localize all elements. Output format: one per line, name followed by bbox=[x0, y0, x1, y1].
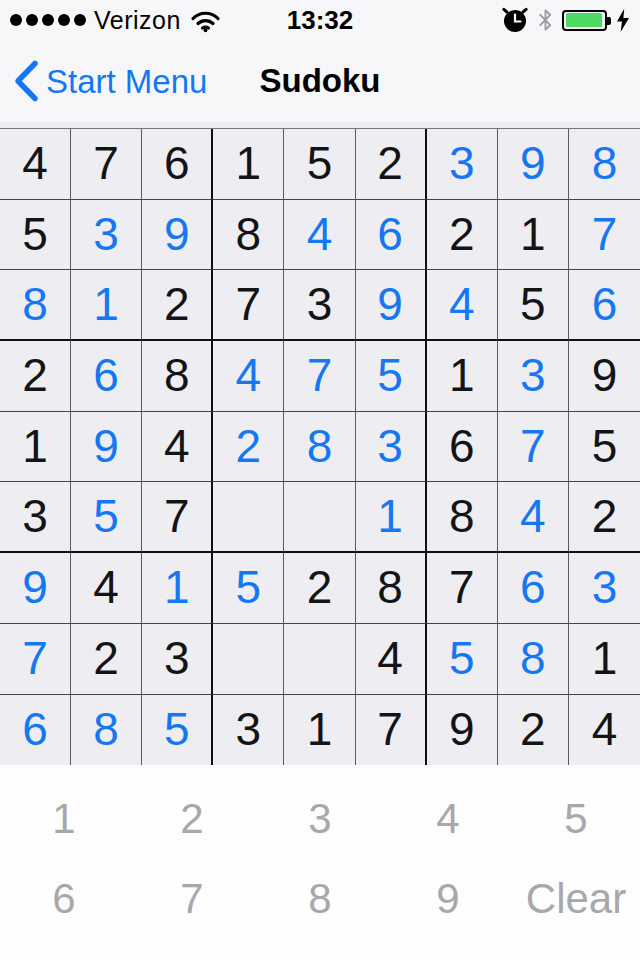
keypad-key-4[interactable]: 4 bbox=[436, 798, 459, 840]
sudoku-cell-r9c4[interactable]: 3 bbox=[213, 695, 284, 766]
signal-strength-icon bbox=[10, 14, 86, 26]
keypad-key-8[interactable]: 8 bbox=[308, 878, 331, 920]
sudoku-cell-r5c2[interactable]: 9 bbox=[71, 412, 142, 483]
keypad-key-6[interactable]: 6 bbox=[52, 878, 75, 920]
sudoku-cell-r7c3[interactable]: 1 bbox=[142, 553, 213, 624]
sudoku-cell-r6c9[interactable]: 2 bbox=[569, 482, 640, 553]
sudoku-cell-r2c9[interactable]: 7 bbox=[569, 200, 640, 271]
sudoku-cell-r7c4[interactable]: 5 bbox=[213, 553, 284, 624]
sudoku-cell-r9c1[interactable]: 6 bbox=[0, 695, 71, 766]
sudoku-cell-r5c1[interactable]: 1 bbox=[0, 412, 71, 483]
sudoku-cell-r3c3[interactable]: 2 bbox=[142, 270, 213, 341]
sudoku-cell-r1c7[interactable]: 3 bbox=[427, 129, 498, 200]
status-left-group: Verizon bbox=[10, 6, 221, 35]
sudoku-cell-r1c5[interactable]: 5 bbox=[284, 129, 355, 200]
sudoku-cell-r4c7[interactable]: 1 bbox=[427, 341, 498, 412]
sudoku-cell-r8c7[interactable]: 5 bbox=[427, 624, 498, 695]
sudoku-cell-r5c3[interactable]: 4 bbox=[142, 412, 213, 483]
sudoku-cell-r4c8[interactable]: 3 bbox=[498, 341, 569, 412]
sudoku-cell-r2c6[interactable]: 6 bbox=[356, 200, 427, 271]
sudoku-cell-r1c9[interactable]: 8 bbox=[569, 129, 640, 200]
sudoku-cell-r3c6[interactable]: 9 bbox=[356, 270, 427, 341]
back-chevron-icon bbox=[12, 59, 39, 103]
sudoku-cell-r8c4[interactable] bbox=[213, 624, 284, 695]
back-button[interactable]: Start Menu bbox=[0, 59, 207, 103]
sudoku-cell-r7c2[interactable]: 4 bbox=[71, 553, 142, 624]
status-right-group bbox=[501, 6, 630, 34]
sudoku-cell-r8c3[interactable]: 3 bbox=[142, 624, 213, 695]
sudoku-cell-r8c1[interactable]: 7 bbox=[0, 624, 71, 695]
sudoku-cell-r6c8[interactable]: 4 bbox=[498, 482, 569, 553]
sudoku-cell-r7c8[interactable]: 6 bbox=[498, 553, 569, 624]
back-button-label: Start Menu bbox=[46, 65, 207, 98]
sudoku-cell-r7c9[interactable]: 3 bbox=[569, 553, 640, 624]
keypad-key-clear[interactable]: Clear bbox=[526, 878, 626, 920]
sudoku-cell-r6c2[interactable]: 5 bbox=[71, 482, 142, 553]
number-keypad: 123456789Clear bbox=[0, 765, 640, 960]
sudoku-cell-r1c1[interactable]: 4 bbox=[0, 129, 71, 200]
sudoku-cell-r8c5[interactable] bbox=[284, 624, 355, 695]
sudoku-cell-r9c5[interactable]: 1 bbox=[284, 695, 355, 766]
sudoku-cell-r8c6[interactable]: 4 bbox=[356, 624, 427, 695]
sudoku-cell-r3c5[interactable]: 3 bbox=[284, 270, 355, 341]
sudoku-cell-r3c7[interactable]: 4 bbox=[427, 270, 498, 341]
sudoku-cell-r1c3[interactable]: 6 bbox=[142, 129, 213, 200]
sudoku-cell-r2c7[interactable]: 2 bbox=[427, 200, 498, 271]
sudoku-cell-r9c2[interactable]: 8 bbox=[71, 695, 142, 766]
sudoku-cell-r9c9[interactable]: 4 bbox=[569, 695, 640, 766]
sudoku-cell-r4c3[interactable]: 8 bbox=[142, 341, 213, 412]
sudoku-cell-r4c4[interactable]: 4 bbox=[213, 341, 284, 412]
keypad-key-7[interactable]: 7 bbox=[180, 878, 203, 920]
sudoku-cell-r1c8[interactable]: 9 bbox=[498, 129, 569, 200]
sudoku-cell-r9c3[interactable]: 5 bbox=[142, 695, 213, 766]
sudoku-cell-r3c9[interactable]: 6 bbox=[569, 270, 640, 341]
sudoku-cell-r4c9[interactable]: 9 bbox=[569, 341, 640, 412]
sudoku-cell-r7c7[interactable]: 7 bbox=[427, 553, 498, 624]
sudoku-cell-r3c4[interactable]: 7 bbox=[213, 270, 284, 341]
sudoku-cell-r5c8[interactable]: 7 bbox=[498, 412, 569, 483]
keypad-key-1[interactable]: 1 bbox=[52, 798, 75, 840]
sudoku-app-screen: Verizon 13:32 bbox=[0, 0, 640, 960]
keypad-key-9[interactable]: 9 bbox=[436, 878, 459, 920]
sudoku-cell-r5c9[interactable]: 5 bbox=[569, 412, 640, 483]
sudoku-cell-r4c2[interactable]: 6 bbox=[71, 341, 142, 412]
sudoku-cell-r5c6[interactable]: 3 bbox=[356, 412, 427, 483]
sudoku-cell-r4c6[interactable]: 5 bbox=[356, 341, 427, 412]
sudoku-cell-r2c5[interactable]: 4 bbox=[284, 200, 355, 271]
sudoku-cell-r8c8[interactable]: 8 bbox=[498, 624, 569, 695]
sudoku-cell-r5c7[interactable]: 6 bbox=[427, 412, 498, 483]
sudoku-cell-r6c3[interactable]: 7 bbox=[142, 482, 213, 553]
bluetooth-icon bbox=[538, 8, 553, 32]
sudoku-cell-r4c5[interactable]: 7 bbox=[284, 341, 355, 412]
sudoku-cell-r8c9[interactable]: 1 bbox=[569, 624, 640, 695]
battery-fill bbox=[566, 13, 602, 27]
sudoku-cell-r6c4[interactable] bbox=[213, 482, 284, 553]
sudoku-cell-r6c1[interactable]: 3 bbox=[0, 482, 71, 553]
sudoku-cell-r1c2[interactable]: 7 bbox=[71, 129, 142, 200]
charging-bolt-icon bbox=[616, 8, 630, 33]
carrier-label: Verizon bbox=[94, 6, 181, 35]
sudoku-cell-r9c8[interactable]: 2 bbox=[498, 695, 569, 766]
sudoku-cell-r5c4[interactable]: 2 bbox=[213, 412, 284, 483]
sudoku-cell-r3c2[interactable]: 1 bbox=[71, 270, 142, 341]
sudoku-cell-r1c6[interactable]: 2 bbox=[356, 129, 427, 200]
sudoku-cell-r6c5[interactable] bbox=[284, 482, 355, 553]
wifi-icon bbox=[190, 8, 221, 33]
sudoku-cell-r3c8[interactable]: 5 bbox=[498, 270, 569, 341]
sudoku-cell-r6c6[interactable]: 1 bbox=[356, 482, 427, 553]
keypad-key-2[interactable]: 2 bbox=[180, 798, 203, 840]
sudoku-cell-r7c5[interactable]: 2 bbox=[284, 553, 355, 624]
sudoku-cell-r7c1[interactable]: 9 bbox=[0, 553, 71, 624]
sudoku-cell-r9c7[interactable]: 9 bbox=[427, 695, 498, 766]
sudoku-cell-r7c6[interactable]: 8 bbox=[356, 553, 427, 624]
status-bar: Verizon 13:32 bbox=[0, 0, 640, 40]
sudoku-cell-r8c2[interactable]: 2 bbox=[71, 624, 142, 695]
navigation-bar: Start Menu Sudoku bbox=[0, 40, 640, 122]
sudoku-cell-r2c3[interactable]: 9 bbox=[142, 200, 213, 271]
sudoku-board-area: 4761523985398462178127394562684751391942… bbox=[0, 122, 640, 765]
sudoku-cell-r2c1[interactable]: 5 bbox=[0, 200, 71, 271]
sudoku-cell-r4c1[interactable]: 2 bbox=[0, 341, 71, 412]
battery-icon bbox=[562, 10, 607, 31]
sudoku-cell-r3c1[interactable]: 8 bbox=[0, 270, 71, 341]
alarm-clock-icon bbox=[501, 6, 529, 34]
sudoku-cell-r1c4[interactable]: 1 bbox=[213, 129, 284, 200]
sudoku-cell-r6c7[interactable]: 8 bbox=[427, 482, 498, 553]
sudoku-cell-r9c6[interactable]: 7 bbox=[356, 695, 427, 766]
sudoku-cell-r2c4[interactable]: 8 bbox=[213, 200, 284, 271]
keypad-key-5[interactable]: 5 bbox=[564, 798, 587, 840]
sudoku-cell-r2c2[interactable]: 3 bbox=[71, 200, 142, 271]
sudoku-grid: 4761523985398462178127394562684751391942… bbox=[0, 128, 640, 767]
keypad-key-3[interactable]: 3 bbox=[308, 798, 331, 840]
sudoku-cell-r2c8[interactable]: 1 bbox=[498, 200, 569, 271]
sudoku-cell-r5c5[interactable]: 8 bbox=[284, 412, 355, 483]
